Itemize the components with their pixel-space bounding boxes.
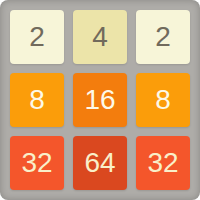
tile-r0c1: 4 — [73, 10, 127, 64]
tile-r2c2: 32 — [136, 136, 190, 190]
tile-r1c0: 8 — [10, 73, 64, 127]
tile-r1c2: 8 — [136, 73, 190, 127]
tile-r2c1: 64 — [73, 136, 127, 190]
tile-r2c0: 32 — [10, 136, 64, 190]
tile-r1c1: 16 — [73, 73, 127, 127]
game-board-2048[interactable]: 2 4 2 8 16 8 32 64 32 — [0, 0, 200, 200]
tile-r0c2: 2 — [136, 10, 190, 64]
tile-r0c0: 2 — [10, 10, 64, 64]
